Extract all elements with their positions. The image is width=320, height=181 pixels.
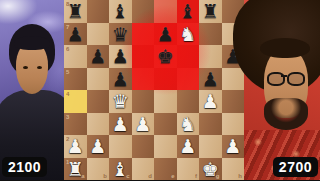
square-g1: g♚ xyxy=(199,158,222,181)
square-f1: f xyxy=(177,158,200,181)
square-f3: ♞ xyxy=(177,113,200,136)
square-g8: ♜ xyxy=(199,0,222,23)
left-rating-badge: 2100 xyxy=(2,157,47,177)
file-label-d: d xyxy=(148,173,152,179)
danger-highlight-f6 xyxy=(177,45,200,68)
square-d6 xyxy=(132,45,155,68)
square-e6: ♚ xyxy=(154,45,177,68)
square-c6: ♟ xyxy=(109,45,132,68)
piece-black-king-e6: ♚ xyxy=(154,45,177,68)
piece-black-pawn-b6: ♟ xyxy=(87,45,110,68)
square-b7 xyxy=(87,23,110,46)
square-a5: 5 xyxy=(64,68,87,91)
square-d8 xyxy=(132,0,155,23)
square-d2 xyxy=(132,135,155,158)
piece-black-rook-a8: ♜ xyxy=(64,0,87,23)
right-player-glasses-lens xyxy=(287,72,305,86)
rank-label-5: 5 xyxy=(66,69,69,75)
right-player-hair-fringe xyxy=(260,38,310,58)
square-g3 xyxy=(199,113,222,136)
piece-black-bishop-c8: ♝ xyxy=(109,0,132,23)
square-h3 xyxy=(222,113,245,136)
left-player-eye xyxy=(37,66,42,69)
file-label-h: h xyxy=(238,173,242,179)
square-d3: ♟ xyxy=(132,113,155,136)
danger-highlight-e5 xyxy=(154,68,177,91)
square-f7: ♞ xyxy=(177,23,200,46)
rank-label-6: 6 xyxy=(66,46,69,52)
piece-black-pawn-e7: ♟ xyxy=(154,23,177,46)
square-b5 xyxy=(87,68,110,91)
danger-highlight-f5 xyxy=(177,68,200,91)
square-c1: c♝ xyxy=(109,158,132,181)
square-h4 xyxy=(222,90,245,113)
piece-white-pawn-b2: ♟ xyxy=(87,135,110,158)
square-c8: ♝ xyxy=(109,0,132,23)
square-f8: ♝ xyxy=(177,0,200,23)
square-g2 xyxy=(199,135,222,158)
square-e2 xyxy=(154,135,177,158)
square-c2 xyxy=(109,135,132,158)
square-g7 xyxy=(199,23,222,46)
right-player-glasses-bridge xyxy=(281,75,287,77)
piece-black-pawn-c6: ♟ xyxy=(109,45,132,68)
square-e7: ♟ xyxy=(154,23,177,46)
square-a2: 2♟ xyxy=(64,135,87,158)
piece-white-king-g1: ♚ xyxy=(199,158,222,181)
square-a1: 1a♜ xyxy=(64,158,87,181)
player-photo-left xyxy=(0,0,64,180)
piece-white-knight-f3: ♞ xyxy=(177,113,200,136)
square-c3: ♟ xyxy=(109,113,132,136)
square-a7: 7♟ xyxy=(64,23,87,46)
right-rating-value: 2700 xyxy=(279,159,312,175)
piece-white-pawn-g4: ♟ xyxy=(199,90,222,113)
piece-black-queen-c7: ♛ xyxy=(109,23,132,46)
piece-white-pawn-d3: ♟ xyxy=(132,113,155,136)
rank-label-3: 3 xyxy=(66,114,69,120)
square-e8 xyxy=(154,0,177,23)
piece-white-pawn-a2: ♟ xyxy=(64,135,87,158)
square-a6: 6 xyxy=(64,45,87,68)
right-player-beard xyxy=(264,98,308,130)
player-photo-right xyxy=(244,0,320,180)
file-label-b: b xyxy=(103,173,107,179)
left-player-hair-fringe xyxy=(14,36,50,50)
square-e1: e xyxy=(154,158,177,181)
file-label-e: e xyxy=(171,173,174,179)
piece-black-pawn-c5: ♟ xyxy=(109,68,132,91)
square-h1: h xyxy=(222,158,245,181)
danger-highlight-e8 xyxy=(154,0,177,23)
left-player-eye xyxy=(23,66,28,69)
piece-white-rook-a1: ♜ xyxy=(64,158,87,181)
file-label-f: f xyxy=(195,173,197,179)
square-c5: ♟ xyxy=(109,68,132,91)
square-e3 xyxy=(154,113,177,136)
piece-white-knight-f7: ♞ xyxy=(177,23,200,46)
piece-white-pawn-f2: ♟ xyxy=(177,135,200,158)
square-h2: ♟ xyxy=(222,135,245,158)
piece-black-pawn-g5: ♟ xyxy=(199,68,222,91)
square-b8 xyxy=(87,0,110,23)
danger-highlight-d5 xyxy=(132,68,155,91)
square-g4: ♟ xyxy=(199,90,222,113)
piece-black-rook-g8: ♜ xyxy=(199,0,222,23)
square-b1: b xyxy=(87,158,110,181)
square-d1: d xyxy=(132,158,155,181)
square-d7 xyxy=(132,23,155,46)
piece-white-pawn-h2: ♟ xyxy=(222,135,245,158)
square-f6 xyxy=(177,45,200,68)
square-h5 xyxy=(222,68,245,91)
square-e5 xyxy=(154,68,177,91)
square-c7: ♛ xyxy=(109,23,132,46)
square-d5 xyxy=(132,68,155,91)
video-thumbnail: 8♜♝♝♜7♟♛♟♞6♟♟♚♟5♟♟4♛♟3♟♟♞2♟♟♟♟1a♜bc♝defg… xyxy=(0,0,320,180)
square-g5: ♟ xyxy=(199,68,222,91)
square-f5 xyxy=(177,68,200,91)
square-a8: 8♜ xyxy=(64,0,87,23)
square-f2: ♟ xyxy=(177,135,200,158)
square-c4: ♛ xyxy=(109,90,132,113)
left-rating-value: 2100 xyxy=(8,159,41,175)
danger-highlight-d7 xyxy=(132,23,155,46)
chess-board: 8♜♝♝♜7♟♛♟♞6♟♟♚♟5♟♟4♛♟3♟♟♞2♟♟♟♟1a♜bc♝defg… xyxy=(64,0,244,180)
piece-white-queen-c4: ♛ xyxy=(109,90,132,113)
square-b4 xyxy=(87,90,110,113)
piece-white-bishop-c1: ♝ xyxy=(109,158,132,181)
square-d4 xyxy=(132,90,155,113)
danger-highlight-d6 xyxy=(132,45,155,68)
square-b6: ♟ xyxy=(87,45,110,68)
piece-black-pawn-a7: ♟ xyxy=(64,23,87,46)
square-e4 xyxy=(154,90,177,113)
rank-label-4: 4 xyxy=(66,91,69,97)
square-g6 xyxy=(199,45,222,68)
piece-white-pawn-c3: ♟ xyxy=(109,113,132,136)
square-b3 xyxy=(87,113,110,136)
square-b2: ♟ xyxy=(87,135,110,158)
piece-black-bishop-f8: ♝ xyxy=(177,0,200,23)
right-rating-badge: 2700 xyxy=(273,157,318,177)
square-f4 xyxy=(177,90,200,113)
square-a3: 3 xyxy=(64,113,87,136)
square-a4: 4 xyxy=(64,90,87,113)
